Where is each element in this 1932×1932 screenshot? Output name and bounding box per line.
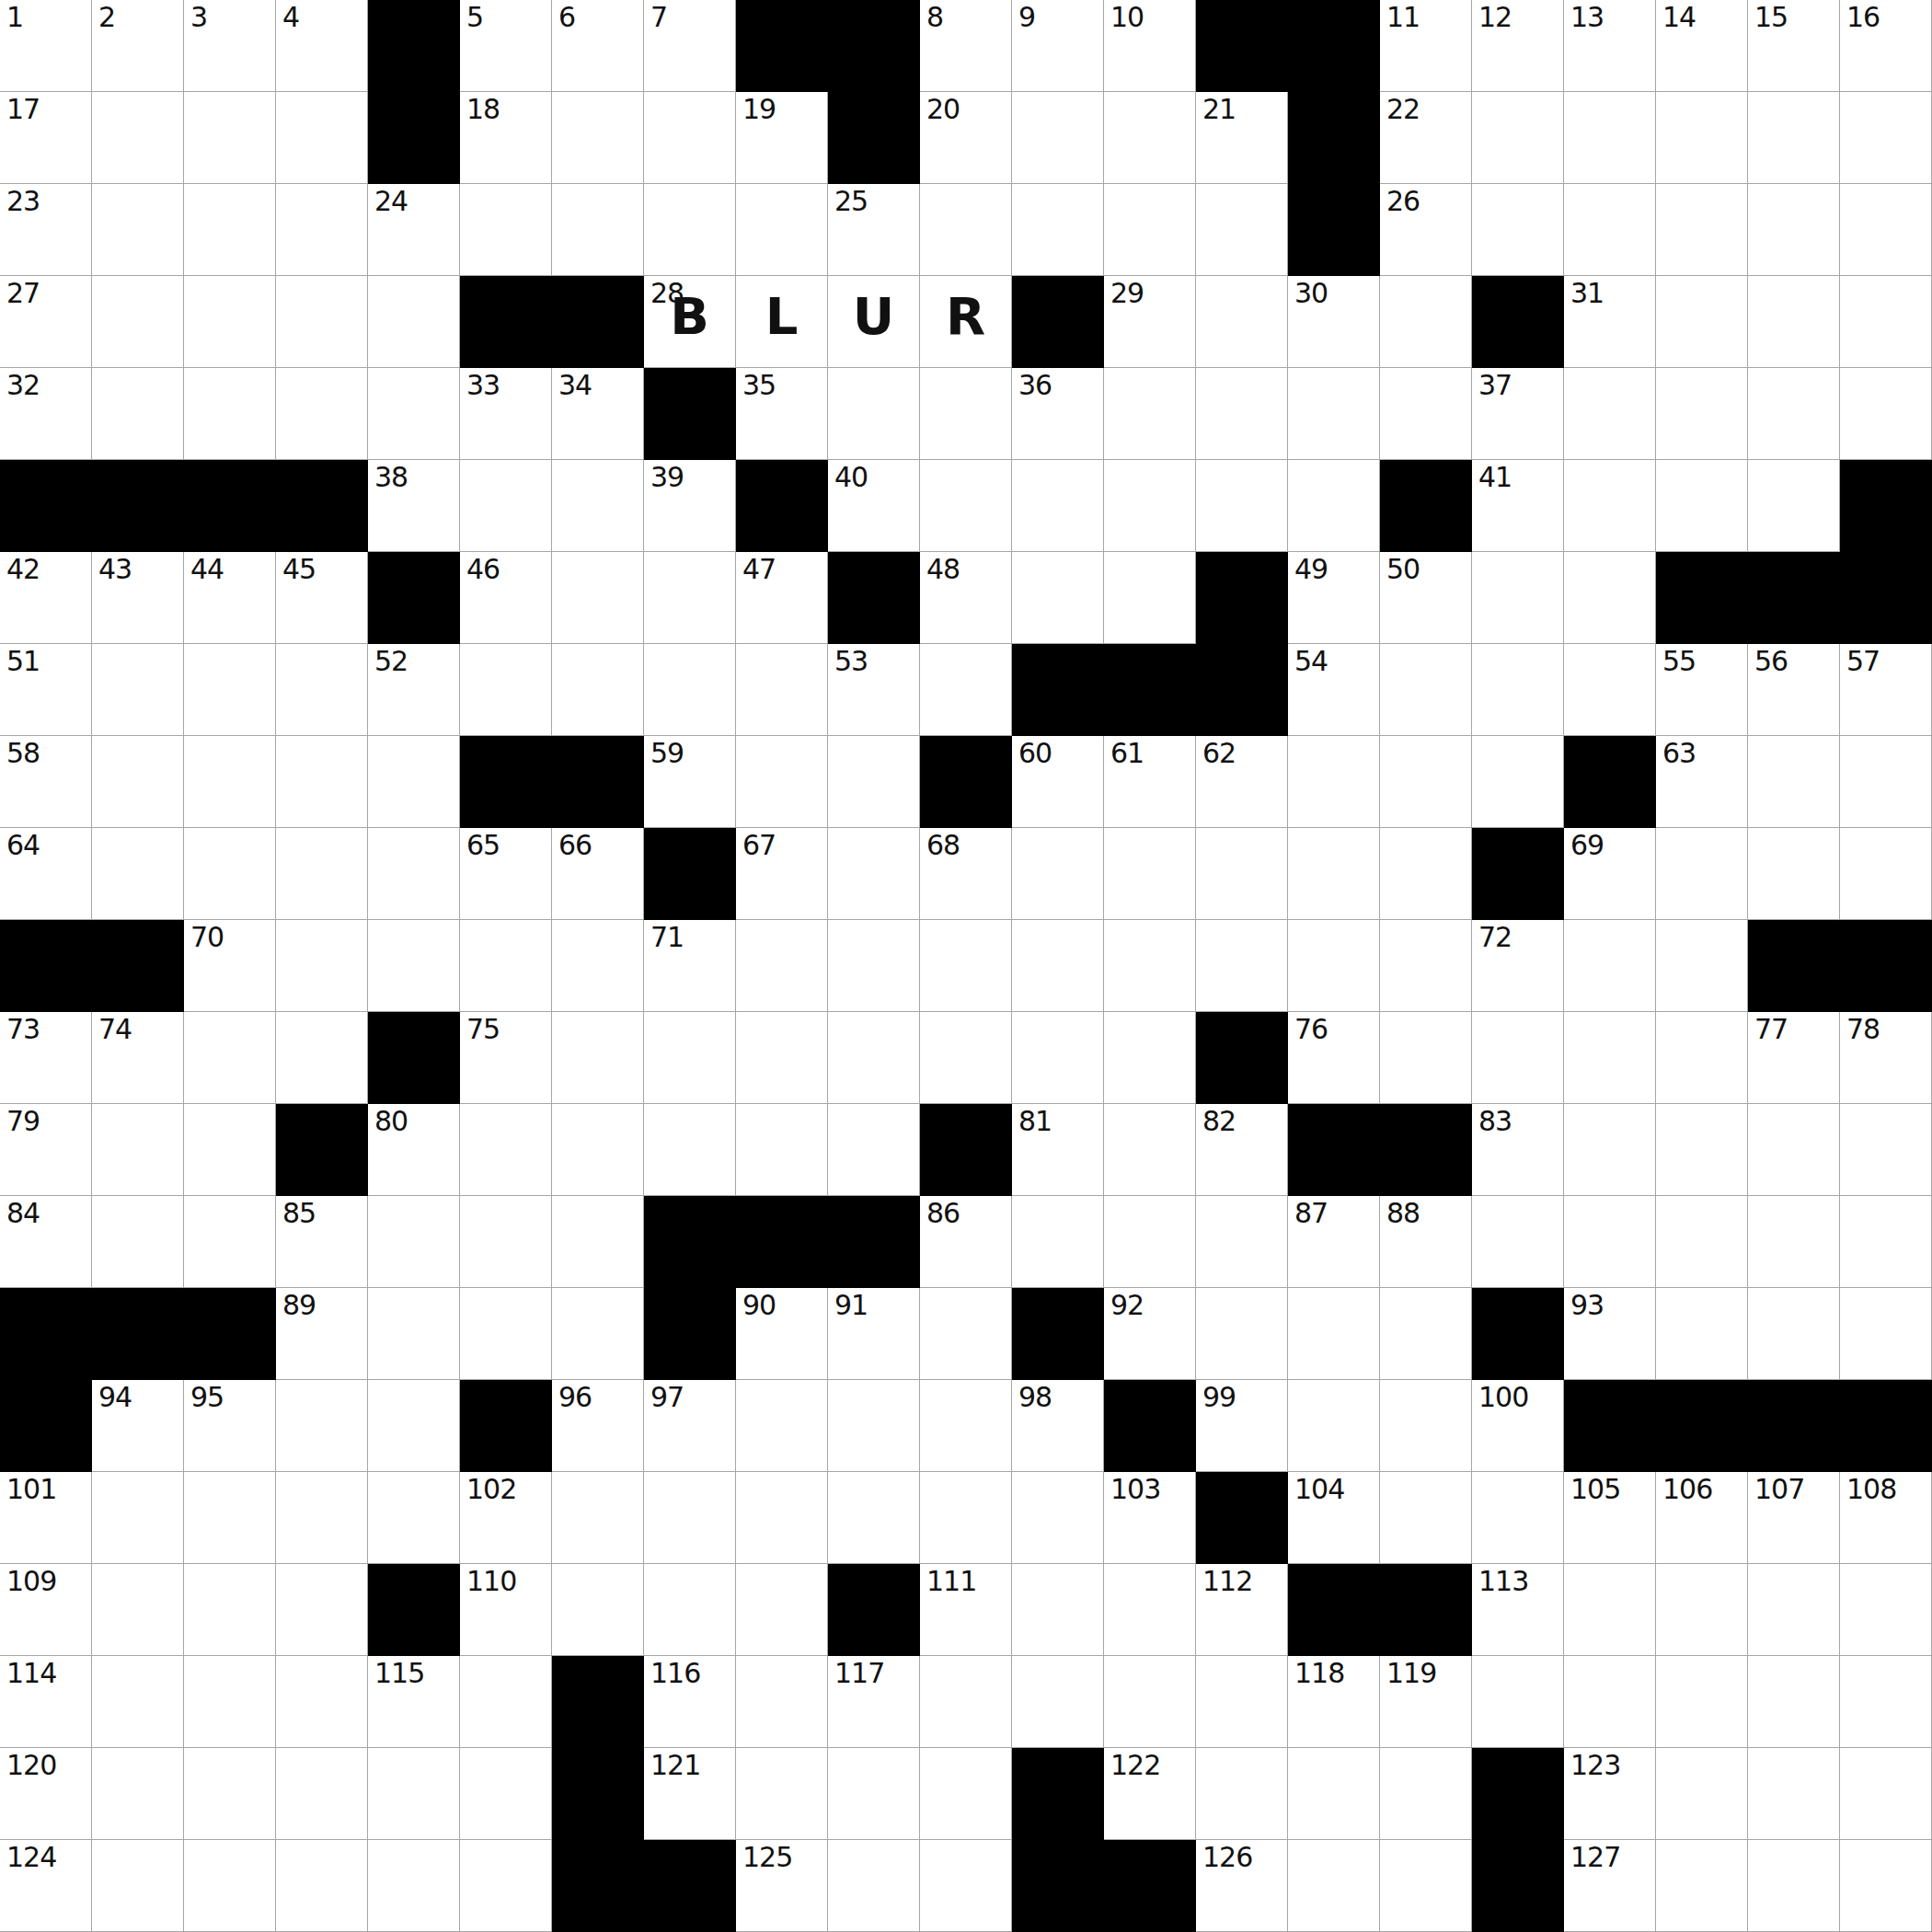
- white-cell[interactable]: 25: [828, 184, 920, 276]
- white-cell[interactable]: [1748, 1748, 1840, 1840]
- white-cell[interactable]: [1564, 920, 1656, 1012]
- white-cell[interactable]: [184, 828, 276, 920]
- white-cell[interactable]: 118: [1288, 1656, 1380, 1748]
- white-cell[interactable]: [736, 1472, 828, 1564]
- white-cell[interactable]: [368, 276, 460, 368]
- white-cell[interactable]: [1564, 1012, 1656, 1104]
- white-cell[interactable]: [184, 644, 276, 736]
- white-cell[interactable]: [1288, 920, 1380, 1012]
- white-cell[interactable]: [1012, 552, 1104, 644]
- white-cell[interactable]: [460, 920, 552, 1012]
- white-cell[interactable]: 84: [0, 1196, 92, 1288]
- white-cell[interactable]: 114: [0, 1656, 92, 1748]
- white-cell[interactable]: 115: [368, 1656, 460, 1748]
- white-cell[interactable]: 62: [1196, 736, 1288, 828]
- white-cell[interactable]: [1656, 460, 1748, 552]
- white-cell[interactable]: [184, 1104, 276, 1196]
- white-cell[interactable]: 126: [1196, 1840, 1288, 1932]
- white-cell[interactable]: [276, 1840, 368, 1932]
- white-cell[interactable]: [1196, 1288, 1288, 1380]
- white-cell[interactable]: [1196, 1656, 1288, 1748]
- white-cell[interactable]: [368, 1380, 460, 1472]
- white-cell[interactable]: [1656, 1840, 1748, 1932]
- white-cell[interactable]: 20: [920, 92, 1012, 184]
- white-cell[interactable]: [92, 368, 184, 460]
- white-cell[interactable]: 119: [1380, 1656, 1472, 1748]
- white-cell[interactable]: [736, 1104, 828, 1196]
- white-cell[interactable]: [1288, 1380, 1380, 1472]
- white-cell[interactable]: [1196, 920, 1288, 1012]
- white-cell[interactable]: 7: [644, 0, 736, 92]
- white-cell[interactable]: [1656, 92, 1748, 184]
- white-cell[interactable]: [1748, 92, 1840, 184]
- white-cell[interactable]: 74: [92, 1012, 184, 1104]
- white-cell[interactable]: [460, 1840, 552, 1932]
- white-cell[interactable]: [1012, 828, 1104, 920]
- white-cell[interactable]: 26: [1380, 184, 1472, 276]
- white-cell[interactable]: 90: [736, 1288, 828, 1380]
- white-cell[interactable]: 22: [1380, 92, 1472, 184]
- white-cell[interactable]: 125: [736, 1840, 828, 1932]
- white-cell[interactable]: 110: [460, 1564, 552, 1656]
- white-cell[interactable]: [1564, 644, 1656, 736]
- white-cell[interactable]: 112: [1196, 1564, 1288, 1656]
- white-cell[interactable]: 23: [0, 184, 92, 276]
- white-cell[interactable]: 123: [1564, 1748, 1656, 1840]
- white-cell[interactable]: [368, 920, 460, 1012]
- white-cell[interactable]: [276, 92, 368, 184]
- white-cell[interactable]: [552, 1104, 644, 1196]
- white-cell[interactable]: [644, 1012, 736, 1104]
- white-cell[interactable]: 63: [1656, 736, 1748, 828]
- white-cell[interactable]: [552, 92, 644, 184]
- white-cell[interactable]: [552, 1472, 644, 1564]
- white-cell[interactable]: 85: [276, 1196, 368, 1288]
- white-cell[interactable]: [184, 736, 276, 828]
- white-cell[interactable]: 53: [828, 644, 920, 736]
- white-cell[interactable]: 36: [1012, 368, 1104, 460]
- white-cell[interactable]: 9: [1012, 0, 1104, 92]
- white-cell[interactable]: [460, 1656, 552, 1748]
- white-cell[interactable]: 48: [920, 552, 1012, 644]
- white-cell[interactable]: 8: [920, 0, 1012, 92]
- white-cell[interactable]: [644, 92, 736, 184]
- white-cell[interactable]: [1564, 92, 1656, 184]
- white-cell[interactable]: [92, 184, 184, 276]
- white-cell[interactable]: [552, 920, 644, 1012]
- white-cell[interactable]: [1104, 828, 1196, 920]
- white-cell[interactable]: [368, 1288, 460, 1380]
- white-cell[interactable]: 97: [644, 1380, 736, 1472]
- white-cell[interactable]: [1564, 368, 1656, 460]
- white-cell[interactable]: 108: [1840, 1472, 1932, 1564]
- white-cell[interactable]: [184, 1012, 276, 1104]
- white-cell[interactable]: [552, 644, 644, 736]
- white-cell[interactable]: 10: [1104, 0, 1196, 92]
- white-cell[interactable]: [368, 1840, 460, 1932]
- white-cell[interactable]: [1104, 1196, 1196, 1288]
- white-cell[interactable]: [828, 1472, 920, 1564]
- white-cell[interactable]: 79: [0, 1104, 92, 1196]
- white-cell[interactable]: [1196, 276, 1288, 368]
- white-cell[interactable]: [1564, 1656, 1656, 1748]
- white-cell[interactable]: [276, 1380, 368, 1472]
- white-cell[interactable]: [828, 1380, 920, 1472]
- white-cell[interactable]: [1012, 92, 1104, 184]
- white-cell[interactable]: [1288, 828, 1380, 920]
- white-cell[interactable]: [920, 460, 1012, 552]
- white-cell[interactable]: [1012, 1196, 1104, 1288]
- white-cell[interactable]: [1104, 1104, 1196, 1196]
- white-cell[interactable]: 44: [184, 552, 276, 644]
- white-cell[interactable]: [828, 1104, 920, 1196]
- white-cell[interactable]: 28B: [644, 276, 736, 368]
- white-cell[interactable]: 52: [368, 644, 460, 736]
- white-cell[interactable]: 59: [644, 736, 736, 828]
- white-cell[interactable]: [184, 1840, 276, 1932]
- white-cell[interactable]: 3: [184, 0, 276, 92]
- white-cell[interactable]: 35: [736, 368, 828, 460]
- white-cell[interactable]: [920, 1748, 1012, 1840]
- white-cell[interactable]: [460, 1288, 552, 1380]
- white-cell[interactable]: [736, 736, 828, 828]
- white-cell[interactable]: [920, 1656, 1012, 1748]
- white-cell[interactable]: [644, 552, 736, 644]
- white-cell[interactable]: [552, 1288, 644, 1380]
- white-cell[interactable]: [736, 1380, 828, 1472]
- white-cell[interactable]: 55: [1656, 644, 1748, 736]
- white-cell[interactable]: [1840, 736, 1932, 828]
- white-cell[interactable]: 11: [1380, 0, 1472, 92]
- white-cell[interactable]: [1564, 460, 1656, 552]
- white-cell[interactable]: 65: [460, 828, 552, 920]
- white-cell[interactable]: 2: [92, 0, 184, 92]
- white-cell[interactable]: [1288, 460, 1380, 552]
- white-cell[interactable]: 92: [1104, 1288, 1196, 1380]
- white-cell[interactable]: 127: [1564, 1840, 1656, 1932]
- white-cell[interactable]: [276, 1748, 368, 1840]
- white-cell[interactable]: [1012, 1656, 1104, 1748]
- white-cell[interactable]: [828, 1012, 920, 1104]
- white-cell[interactable]: 21: [1196, 92, 1288, 184]
- white-cell[interactable]: [184, 92, 276, 184]
- white-cell[interactable]: [1840, 1656, 1932, 1748]
- white-cell[interactable]: 33: [460, 368, 552, 460]
- white-cell[interactable]: [460, 1196, 552, 1288]
- white-cell[interactable]: [276, 1012, 368, 1104]
- white-cell[interactable]: [920, 1288, 1012, 1380]
- white-cell[interactable]: 6: [552, 0, 644, 92]
- white-cell[interactable]: [1840, 1196, 1932, 1288]
- white-cell[interactable]: [1196, 1196, 1288, 1288]
- white-cell[interactable]: 73: [0, 1012, 92, 1104]
- white-cell[interactable]: [552, 460, 644, 552]
- white-cell[interactable]: 72: [1472, 920, 1564, 1012]
- white-cell[interactable]: 41: [1472, 460, 1564, 552]
- white-cell[interactable]: 18: [460, 92, 552, 184]
- white-cell[interactable]: [1748, 184, 1840, 276]
- white-cell[interactable]: 42: [0, 552, 92, 644]
- white-cell[interactable]: 82: [1196, 1104, 1288, 1196]
- white-cell[interactable]: U: [828, 276, 920, 368]
- white-cell[interactable]: [736, 1748, 828, 1840]
- white-cell[interactable]: [920, 1380, 1012, 1472]
- white-cell[interactable]: [1656, 1564, 1748, 1656]
- white-cell[interactable]: 103: [1104, 1472, 1196, 1564]
- white-cell[interactable]: [184, 276, 276, 368]
- white-cell[interactable]: 83: [1472, 1104, 1564, 1196]
- white-cell[interactable]: [920, 1012, 1012, 1104]
- white-cell[interactable]: 43: [92, 552, 184, 644]
- white-cell[interactable]: [184, 184, 276, 276]
- white-cell[interactable]: [1012, 184, 1104, 276]
- white-cell[interactable]: [1840, 1748, 1932, 1840]
- white-cell[interactable]: [828, 920, 920, 1012]
- white-cell[interactable]: [1012, 1472, 1104, 1564]
- white-cell[interactable]: 57: [1840, 644, 1932, 736]
- white-cell[interactable]: [1472, 736, 1564, 828]
- white-cell[interactable]: [184, 1472, 276, 1564]
- white-cell[interactable]: [368, 1748, 460, 1840]
- white-cell[interactable]: [92, 1104, 184, 1196]
- white-cell[interactable]: 102: [460, 1472, 552, 1564]
- white-cell[interactable]: [276, 1472, 368, 1564]
- white-cell[interactable]: 37: [1472, 368, 1564, 460]
- white-cell[interactable]: [828, 736, 920, 828]
- white-cell[interactable]: 116: [644, 1656, 736, 1748]
- white-cell[interactable]: [1196, 368, 1288, 460]
- white-cell[interactable]: 80: [368, 1104, 460, 1196]
- white-cell[interactable]: [92, 828, 184, 920]
- white-cell[interactable]: 46: [460, 552, 552, 644]
- white-cell[interactable]: [276, 184, 368, 276]
- white-cell[interactable]: [92, 644, 184, 736]
- white-cell[interactable]: [92, 1472, 184, 1564]
- white-cell[interactable]: [1104, 1656, 1196, 1748]
- white-cell[interactable]: [552, 1564, 644, 1656]
- white-cell[interactable]: [460, 644, 552, 736]
- white-cell[interactable]: [276, 1656, 368, 1748]
- white-cell[interactable]: [1380, 368, 1472, 460]
- white-cell[interactable]: 60: [1012, 736, 1104, 828]
- white-cell[interactable]: [736, 1656, 828, 1748]
- white-cell[interactable]: [1104, 368, 1196, 460]
- white-cell[interactable]: 75: [460, 1012, 552, 1104]
- white-cell[interactable]: [552, 1012, 644, 1104]
- white-cell[interactable]: [1288, 368, 1380, 460]
- white-cell[interactable]: 94: [92, 1380, 184, 1472]
- white-cell[interactable]: 69: [1564, 828, 1656, 920]
- white-cell[interactable]: [368, 1196, 460, 1288]
- white-cell[interactable]: [1656, 1288, 1748, 1380]
- white-cell[interactable]: [1840, 1840, 1932, 1932]
- white-cell[interactable]: [1196, 184, 1288, 276]
- white-cell[interactable]: [1104, 1012, 1196, 1104]
- white-cell[interactable]: [1840, 1288, 1932, 1380]
- white-cell[interactable]: 5: [460, 0, 552, 92]
- white-cell[interactable]: 98: [1012, 1380, 1104, 1472]
- white-cell[interactable]: 39: [644, 460, 736, 552]
- white-cell[interactable]: 86: [920, 1196, 1012, 1288]
- white-cell[interactable]: [828, 368, 920, 460]
- white-cell[interactable]: 99: [1196, 1380, 1288, 1472]
- white-cell[interactable]: [1380, 276, 1472, 368]
- white-cell[interactable]: [1196, 1748, 1288, 1840]
- white-cell[interactable]: [1472, 1012, 1564, 1104]
- white-cell[interactable]: 96: [552, 1380, 644, 1472]
- white-cell[interactable]: [644, 1472, 736, 1564]
- white-cell[interactable]: [1656, 1748, 1748, 1840]
- white-cell[interactable]: [276, 920, 368, 1012]
- white-cell[interactable]: [1104, 552, 1196, 644]
- white-cell[interactable]: [368, 828, 460, 920]
- white-cell[interactable]: [1104, 184, 1196, 276]
- white-cell[interactable]: [1472, 92, 1564, 184]
- white-cell[interactable]: [1840, 1104, 1932, 1196]
- white-cell[interactable]: [920, 1840, 1012, 1932]
- white-cell[interactable]: 13: [1564, 0, 1656, 92]
- white-cell[interactable]: [736, 644, 828, 736]
- white-cell[interactable]: [920, 368, 1012, 460]
- white-cell[interactable]: [1012, 1012, 1104, 1104]
- white-cell[interactable]: [276, 276, 368, 368]
- white-cell[interactable]: [1104, 1564, 1196, 1656]
- white-cell[interactable]: [1288, 1288, 1380, 1380]
- white-cell[interactable]: [1840, 1564, 1932, 1656]
- white-cell[interactable]: [1472, 644, 1564, 736]
- white-cell[interactable]: [1472, 1196, 1564, 1288]
- white-cell[interactable]: [1656, 1104, 1748, 1196]
- white-cell[interactable]: [460, 1748, 552, 1840]
- white-cell[interactable]: [92, 276, 184, 368]
- white-cell[interactable]: [1380, 1840, 1472, 1932]
- white-cell[interactable]: [1748, 1104, 1840, 1196]
- white-cell[interactable]: [1472, 1656, 1564, 1748]
- white-cell[interactable]: [1380, 736, 1472, 828]
- white-cell[interactable]: [1288, 1840, 1380, 1932]
- white-cell[interactable]: 4: [276, 0, 368, 92]
- white-cell[interactable]: 54: [1288, 644, 1380, 736]
- white-cell[interactable]: [1748, 1656, 1840, 1748]
- white-cell[interactable]: 24: [368, 184, 460, 276]
- white-cell[interactable]: [1748, 1288, 1840, 1380]
- white-cell[interactable]: 51: [0, 644, 92, 736]
- white-cell[interactable]: 101: [0, 1472, 92, 1564]
- white-cell[interactable]: [1104, 920, 1196, 1012]
- white-cell[interactable]: [460, 460, 552, 552]
- white-cell[interactable]: 117: [828, 1656, 920, 1748]
- white-cell[interactable]: [1288, 736, 1380, 828]
- white-cell[interactable]: 31: [1564, 276, 1656, 368]
- white-cell[interactable]: 109: [0, 1564, 92, 1656]
- white-cell[interactable]: 56: [1748, 644, 1840, 736]
- white-cell[interactable]: 17: [0, 92, 92, 184]
- white-cell[interactable]: 70: [184, 920, 276, 1012]
- white-cell[interactable]: 34: [552, 368, 644, 460]
- white-cell[interactable]: [736, 1564, 828, 1656]
- white-cell[interactable]: [1840, 368, 1932, 460]
- white-cell[interactable]: [1840, 828, 1932, 920]
- white-cell[interactable]: [920, 920, 1012, 1012]
- white-cell[interactable]: [1104, 460, 1196, 552]
- white-cell[interactable]: [1380, 1012, 1472, 1104]
- white-cell[interactable]: [1104, 92, 1196, 184]
- white-cell[interactable]: [460, 1104, 552, 1196]
- white-cell[interactable]: 91: [828, 1288, 920, 1380]
- white-cell[interactable]: 66: [552, 828, 644, 920]
- white-cell[interactable]: 93: [1564, 1288, 1656, 1380]
- white-cell[interactable]: [644, 1564, 736, 1656]
- white-cell[interactable]: [828, 1840, 920, 1932]
- white-cell[interactable]: 89: [276, 1288, 368, 1380]
- white-cell[interactable]: [1748, 736, 1840, 828]
- white-cell[interactable]: 120: [0, 1748, 92, 1840]
- white-cell[interactable]: [368, 1472, 460, 1564]
- white-cell[interactable]: 122: [1104, 1748, 1196, 1840]
- white-cell[interactable]: 14: [1656, 0, 1748, 92]
- white-cell[interactable]: [1748, 1840, 1840, 1932]
- white-cell[interactable]: [1656, 276, 1748, 368]
- white-cell[interactable]: [1656, 1196, 1748, 1288]
- white-cell[interactable]: [736, 184, 828, 276]
- white-cell[interactable]: [184, 1656, 276, 1748]
- white-cell[interactable]: [184, 368, 276, 460]
- white-cell[interactable]: [644, 184, 736, 276]
- white-cell[interactable]: [1380, 1748, 1472, 1840]
- white-cell[interactable]: [1656, 184, 1748, 276]
- white-cell[interactable]: [460, 184, 552, 276]
- white-cell[interactable]: 29: [1104, 276, 1196, 368]
- white-cell[interactable]: 106: [1656, 1472, 1748, 1564]
- white-cell[interactable]: [1748, 1564, 1840, 1656]
- white-cell[interactable]: [1840, 92, 1932, 184]
- white-cell[interactable]: [1564, 1104, 1656, 1196]
- white-cell[interactable]: [1564, 1564, 1656, 1656]
- white-cell[interactable]: [736, 1012, 828, 1104]
- white-cell[interactable]: [1380, 1380, 1472, 1472]
- white-cell[interactable]: [1840, 276, 1932, 368]
- white-cell[interactable]: 71: [644, 920, 736, 1012]
- white-cell[interactable]: [1380, 828, 1472, 920]
- white-cell[interactable]: [1380, 644, 1472, 736]
- white-cell[interactable]: [184, 1196, 276, 1288]
- white-cell[interactable]: [1748, 1196, 1840, 1288]
- white-cell[interactable]: 76: [1288, 1012, 1380, 1104]
- white-cell[interactable]: 104: [1288, 1472, 1380, 1564]
- white-cell[interactable]: 32: [0, 368, 92, 460]
- white-cell[interactable]: L: [736, 276, 828, 368]
- white-cell[interactable]: 68: [920, 828, 1012, 920]
- white-cell[interactable]: [92, 1564, 184, 1656]
- white-cell[interactable]: 49: [1288, 552, 1380, 644]
- white-cell[interactable]: [1748, 368, 1840, 460]
- white-cell[interactable]: [1656, 828, 1748, 920]
- white-cell[interactable]: [736, 920, 828, 1012]
- white-cell[interactable]: [552, 552, 644, 644]
- white-cell[interactable]: 77: [1748, 1012, 1840, 1104]
- white-cell[interactable]: [1656, 920, 1748, 1012]
- white-cell[interactable]: 64: [0, 828, 92, 920]
- white-cell[interactable]: [368, 736, 460, 828]
- white-cell[interactable]: [1748, 460, 1840, 552]
- white-cell[interactable]: [92, 92, 184, 184]
- white-cell[interactable]: [276, 368, 368, 460]
- white-cell[interactable]: 87: [1288, 1196, 1380, 1288]
- white-cell[interactable]: 78: [1840, 1012, 1932, 1104]
- white-cell[interactable]: [368, 368, 460, 460]
- white-cell[interactable]: 19: [736, 92, 828, 184]
- white-cell[interactable]: R: [920, 276, 1012, 368]
